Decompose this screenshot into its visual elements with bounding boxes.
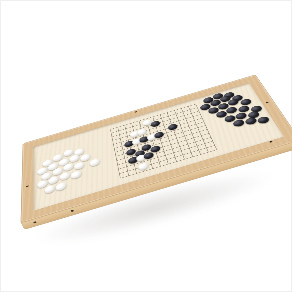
intersection [167,146,176,152]
intersection [134,147,143,153]
black-stone [128,156,139,165]
intersection [178,152,188,159]
screw-hole [135,111,138,113]
white-stone-tray [34,128,108,211]
intersection [120,155,129,161]
intersection [162,156,171,163]
intersection [153,154,162,161]
intersection [189,135,198,141]
screw-hole [266,102,269,104]
white-stone [37,179,48,189]
intersection [121,159,130,166]
star-point [159,138,161,140]
intersection [114,166,123,173]
white-stone [56,182,67,192]
intersection [204,149,214,156]
intersection [172,135,181,141]
screw-hole [71,210,74,212]
black-stone [154,131,165,139]
product-photo[interactable] [0,0,292,292]
intersection [145,157,154,164]
intersection [188,153,198,160]
intersection [174,139,183,145]
intersection [127,149,136,155]
intersection [203,126,212,132]
white-stone [37,166,47,175]
intersection [206,134,216,140]
intersection [202,145,212,152]
screw-hole [33,221,36,223]
black-stone [126,148,137,156]
intersection [180,133,189,139]
intersection [129,157,138,164]
intersection [165,138,174,144]
intersection [197,132,206,138]
white-stone [59,171,70,181]
intersection [140,168,149,175]
intersection [150,142,159,148]
black-stone [244,117,258,126]
intersection [161,152,170,159]
intersection [169,150,178,157]
white-stone [80,153,91,162]
black-stone [256,115,270,124]
photo-scene [1,1,291,291]
intersection [132,170,141,177]
intersection [128,153,137,159]
intersection [160,148,169,154]
intersection [148,165,157,172]
intersection [187,131,196,137]
intersection [131,166,140,173]
black-stone-tray [184,83,282,159]
intersection [138,159,147,166]
intersection [198,136,208,142]
white-stone [138,162,149,171]
intersection [181,137,190,143]
intersection [142,144,151,150]
intersection [164,161,173,168]
intersection [180,156,190,163]
white-stone [89,158,100,167]
intersection [119,151,128,157]
intersection [170,154,179,161]
intersection [177,147,186,154]
intersection [137,155,146,162]
intersection [183,141,192,147]
white-stone [74,161,85,171]
intersection [115,170,124,177]
intersection [204,130,213,136]
intersection [151,146,160,152]
black-stone [143,151,154,160]
intersection [143,148,152,154]
intersection [184,145,193,151]
black-stone [235,112,249,121]
black-stone [150,145,161,153]
intersection [130,161,139,168]
intersection [196,151,206,158]
intersection [122,164,131,171]
intersection [147,161,156,168]
white-stone [48,175,59,185]
intersection [195,129,204,135]
intersection [113,157,122,163]
black-stone [247,111,261,120]
intersection [123,168,132,175]
intersection [113,162,122,169]
intersection [210,142,220,149]
intersection [212,146,222,153]
intersection [194,147,204,154]
white-stone [71,170,82,180]
intersection [191,139,200,145]
intersection [116,175,125,182]
screw-hole [269,141,272,143]
intersection [156,163,165,170]
black-stone [141,143,152,151]
intersection [136,151,145,157]
intersection [175,143,184,149]
screw-hole [26,185,29,187]
intersection [208,138,218,144]
intersection [152,150,161,156]
intersection [139,163,148,170]
intersection [144,152,153,159]
black-stone [232,119,246,128]
intersection [124,172,133,179]
intersection [112,153,120,159]
intersection [157,140,166,146]
white-stone [44,184,55,194]
intersection [166,142,175,148]
black-stone [134,150,145,159]
intersection [192,143,202,149]
intersection [158,144,167,150]
intersection [200,140,210,146]
black-stone [250,105,264,114]
intersection [172,158,182,165]
white-stone [135,154,146,163]
intersection [186,149,196,156]
intersection [155,159,164,166]
